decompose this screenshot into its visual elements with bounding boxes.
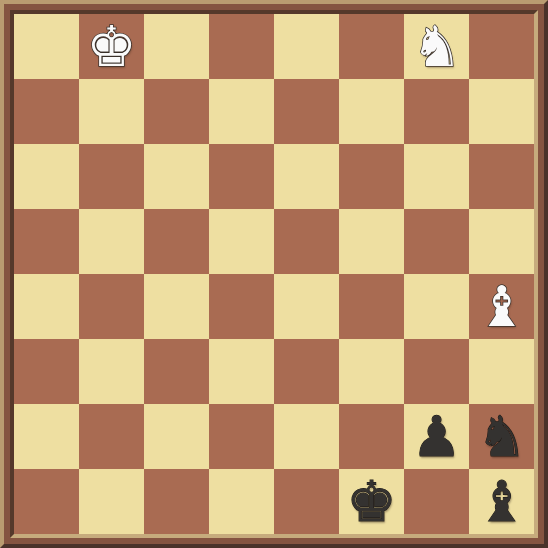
square-f1[interactable]: ♚ — [339, 469, 404, 534]
square-a4[interactable] — [14, 274, 79, 339]
square-f2[interactable] — [339, 404, 404, 469]
square-b2[interactable] — [79, 404, 144, 469]
square-a6[interactable] — [14, 144, 79, 209]
square-f5[interactable] — [339, 209, 404, 274]
square-b6[interactable] — [79, 144, 144, 209]
square-f8[interactable] — [339, 14, 404, 79]
square-e5[interactable] — [274, 209, 339, 274]
square-h3[interactable] — [469, 339, 534, 404]
square-h5[interactable] — [469, 209, 534, 274]
square-a5[interactable] — [14, 209, 79, 274]
square-h8[interactable] — [469, 14, 534, 79]
square-g1[interactable] — [404, 469, 469, 534]
square-c8[interactable] — [144, 14, 209, 79]
white-bishop-h4[interactable]: ♝ — [476, 274, 526, 339]
square-f6[interactable] — [339, 144, 404, 209]
square-d8[interactable] — [209, 14, 274, 79]
board-frame: ♚♞♝♟♞♚♝ — [0, 0, 548, 548]
square-d4[interactable] — [209, 274, 274, 339]
square-f3[interactable] — [339, 339, 404, 404]
square-c3[interactable] — [144, 339, 209, 404]
square-a8[interactable] — [14, 14, 79, 79]
square-g3[interactable] — [404, 339, 469, 404]
square-a2[interactable] — [14, 404, 79, 469]
square-g6[interactable] — [404, 144, 469, 209]
square-d3[interactable] — [209, 339, 274, 404]
square-c4[interactable] — [144, 274, 209, 339]
square-a7[interactable] — [14, 79, 79, 144]
square-g8[interactable]: ♞ — [404, 14, 469, 79]
square-b8[interactable]: ♚ — [79, 14, 144, 79]
square-e7[interactable] — [274, 79, 339, 144]
square-d6[interactable] — [209, 144, 274, 209]
square-b3[interactable] — [79, 339, 144, 404]
black-bishop-h1[interactable]: ♝ — [476, 469, 526, 534]
square-e2[interactable] — [274, 404, 339, 469]
square-e3[interactable] — [274, 339, 339, 404]
square-e1[interactable] — [274, 469, 339, 534]
square-h2[interactable]: ♞ — [469, 404, 534, 469]
square-b7[interactable] — [79, 79, 144, 144]
white-knight-g8[interactable]: ♞ — [411, 14, 461, 79]
square-f4[interactable] — [339, 274, 404, 339]
square-g5[interactable] — [404, 209, 469, 274]
square-h6[interactable] — [469, 144, 534, 209]
square-b4[interactable] — [79, 274, 144, 339]
square-d7[interactable] — [209, 79, 274, 144]
square-c5[interactable] — [144, 209, 209, 274]
square-c2[interactable] — [144, 404, 209, 469]
square-b5[interactable] — [79, 209, 144, 274]
square-d5[interactable] — [209, 209, 274, 274]
square-b1[interactable] — [79, 469, 144, 534]
chess-board: ♚♞♝♟♞♚♝ — [14, 14, 534, 534]
square-h1[interactable]: ♝ — [469, 469, 534, 534]
square-c1[interactable] — [144, 469, 209, 534]
square-f7[interactable] — [339, 79, 404, 144]
square-h4[interactable]: ♝ — [469, 274, 534, 339]
square-g2[interactable]: ♟ — [404, 404, 469, 469]
square-h7[interactable] — [469, 79, 534, 144]
square-g7[interactable] — [404, 79, 469, 144]
board-frame-inner: ♚♞♝♟♞♚♝ — [10, 10, 538, 538]
square-e4[interactable] — [274, 274, 339, 339]
square-d1[interactable] — [209, 469, 274, 534]
white-king-b8[interactable]: ♚ — [86, 14, 136, 79]
square-e8[interactable] — [274, 14, 339, 79]
black-king-f1[interactable]: ♚ — [346, 469, 396, 534]
square-e6[interactable] — [274, 144, 339, 209]
square-c7[interactable] — [144, 79, 209, 144]
square-a3[interactable] — [14, 339, 79, 404]
square-g4[interactable] — [404, 274, 469, 339]
square-a1[interactable] — [14, 469, 79, 534]
square-d2[interactable] — [209, 404, 274, 469]
black-pawn-g2[interactable]: ♟ — [411, 404, 461, 469]
black-knight-h2[interactable]: ♞ — [476, 404, 526, 469]
square-c6[interactable] — [144, 144, 209, 209]
